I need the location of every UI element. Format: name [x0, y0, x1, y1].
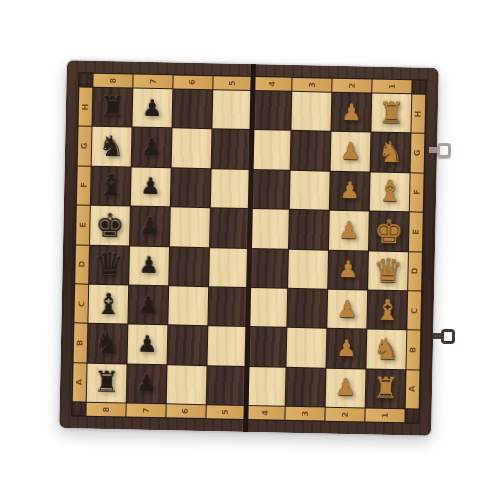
square-c3[interactable]: [288, 289, 328, 328]
square-b7[interactable]: ♟: [127, 325, 167, 364]
black-knight-g8[interactable]: ♞: [98, 132, 125, 162]
coordinate-top-3: 3: [293, 78, 332, 92]
frame-corner: [79, 73, 92, 86]
square-g8[interactable]: ♞: [92, 127, 132, 166]
white-rook-a1[interactable]: ♜: [372, 374, 399, 404]
coordinate-bottom-6: 6: [166, 404, 205, 418]
square-c6[interactable]: [168, 286, 208, 325]
clasp-ring-icon: [441, 329, 455, 344]
black-king-e8[interactable]: ♚: [95, 209, 125, 243]
square-h5[interactable]: [212, 90, 252, 129]
coordinate-label-text: 7: [141, 407, 150, 413]
square-c5[interactable]: [208, 287, 248, 326]
frame-corner: [405, 409, 418, 422]
coordinate-top-1: 1: [372, 80, 411, 94]
square-f6[interactable]: [171, 168, 211, 207]
square-c1[interactable]: ♝: [367, 290, 407, 329]
coordinate-top-8: 8: [93, 74, 132, 88]
coordinate-right-F: F: [410, 173, 424, 212]
white-queen-d1[interactable]: ♛: [373, 254, 403, 288]
square-c2[interactable]: ♟: [328, 290, 368, 329]
white-pawn-e2[interactable]: ♟: [339, 219, 360, 242]
coordinate-label-text: D: [410, 268, 419, 275]
coordinate-bottom-3: 3: [286, 407, 325, 421]
coordinate-top-6: 6: [173, 75, 212, 89]
white-pawn-c2[interactable]: ♟: [337, 297, 358, 320]
coordinate-top-7: 7: [133, 75, 172, 89]
square-e6[interactable]: [170, 207, 210, 246]
white-pawn-f2[interactable]: ♟: [339, 179, 360, 202]
square-c8[interactable]: ♝: [88, 285, 128, 324]
square-e1[interactable]: ♚: [369, 212, 409, 251]
coordinate-label-text: A: [408, 386, 417, 392]
square-c7[interactable]: ♟: [128, 285, 168, 324]
black-knight-b8[interactable]: ♞: [94, 329, 121, 359]
square-e8[interactable]: ♚: [90, 206, 130, 245]
square-h7[interactable]: ♟: [132, 89, 172, 128]
black-rook-a8[interactable]: ♜: [93, 368, 120, 398]
coordinate-label-text: 8: [101, 407, 110, 413]
black-pawn-h7[interactable]: ♟: [142, 96, 163, 119]
white-bishop-f1[interactable]: ♝: [376, 177, 403, 207]
chess-board: 87654321H♜♟♟♜HG♞♟♟♞GF♝♟♟♝FE♚♟♟♚ED♛♟♟♛DC♝…: [59, 60, 439, 436]
square-b6[interactable]: [167, 326, 207, 365]
coordinate-right-G: G: [411, 134, 425, 173]
coordinate-top-5: 5: [213, 76, 252, 90]
square-f3[interactable]: [290, 171, 330, 210]
square-a3[interactable]: [286, 367, 326, 406]
square-f5[interactable]: [210, 169, 250, 208]
coordinate-label-text: A: [75, 379, 84, 385]
photo-scene: 87654321H♜♟♟♜HG♞♟♟♞GF♝♟♟♝FE♚♟♟♚ED♛♟♟♛DC♝…: [0, 0, 500, 500]
white-pawn-a2[interactable]: ♟: [335, 376, 356, 399]
square-b5[interactable]: [207, 326, 247, 365]
white-pawn-g2[interactable]: ♟: [340, 140, 361, 163]
coordinate-label-text: 5: [221, 409, 230, 415]
frame-corner: [72, 402, 85, 415]
coordinate-label-text: 4: [261, 410, 270, 416]
coordinate-right-H: H: [411, 94, 425, 133]
white-pawn-d2[interactable]: ♟: [338, 258, 359, 281]
box-clasp-top: [429, 142, 451, 158]
square-f4[interactable]: [250, 170, 290, 209]
coordinate-left-D: D: [75, 245, 89, 284]
coordinate-label-text: G: [413, 150, 422, 157]
black-pawn-a7[interactable]: ♟: [136, 372, 157, 395]
coordinate-label-text: G: [80, 143, 89, 150]
coordinate-right-E: E: [409, 212, 423, 251]
square-d7[interactable]: ♟: [129, 246, 169, 285]
coordinate-right-D: D: [408, 252, 422, 291]
coordinate-right-A: A: [406, 370, 420, 409]
box-clasp-bottom: [433, 328, 455, 344]
square-b4[interactable]: [247, 327, 287, 366]
square-h2[interactable]: ♟: [332, 93, 372, 132]
coordinate-left-G: G: [78, 127, 92, 166]
square-a4[interactable]: [246, 367, 286, 406]
coordinate-label-text: H: [81, 103, 90, 110]
square-a5[interactable]: [206, 366, 246, 405]
coordinate-label-text: F: [79, 183, 88, 189]
square-f8[interactable]: ♝: [91, 166, 131, 205]
square-g4[interactable]: [251, 130, 291, 169]
black-pawn-e7[interactable]: ♟: [139, 215, 160, 238]
square-c4[interactable]: [248, 288, 288, 327]
black-queen-d8[interactable]: ♛: [94, 248, 124, 282]
coordinate-label-text: 6: [181, 408, 190, 414]
coordinate-label-text: D: [78, 261, 87, 268]
coordinate-label-text: H: [414, 110, 423, 117]
black-pawn-g7[interactable]: ♟: [141, 136, 162, 159]
white-rook-h1[interactable]: ♜: [378, 98, 405, 128]
coordinate-bottom-8: 8: [86, 403, 125, 417]
square-g3[interactable]: [291, 131, 331, 170]
square-e3[interactable]: [289, 210, 329, 249]
white-knight-g1[interactable]: ♞: [377, 138, 404, 168]
coordinate-label-text: C: [77, 301, 86, 307]
square-a2[interactable]: ♟: [326, 368, 366, 407]
coordinate-label-text: 7: [148, 79, 157, 85]
coordinate-left-H: H: [79, 87, 93, 126]
coordinate-bottom-5: 5: [206, 405, 245, 419]
coordinate-label-text: E: [411, 229, 420, 235]
coordinate-label-text: B: [409, 347, 418, 353]
black-pawn-b7[interactable]: ♟: [137, 333, 158, 356]
square-e5[interactable]: [210, 208, 250, 247]
square-g1[interactable]: ♞: [371, 133, 411, 172]
square-g5[interactable]: [211, 130, 251, 169]
square-b8[interactable]: ♞: [88, 324, 128, 363]
square-g6[interactable]: [171, 129, 211, 168]
black-pawn-c7[interactable]: ♟: [138, 293, 159, 316]
square-f2[interactable]: ♟: [330, 171, 370, 210]
coordinate-label-text: 1: [387, 84, 396, 90]
coordinate-bottom-7: 7: [126, 403, 165, 417]
square-g7[interactable]: ♟: [132, 128, 172, 167]
square-e2[interactable]: ♟: [329, 211, 369, 250]
square-d6[interactable]: [169, 247, 209, 286]
square-d5[interactable]: [209, 248, 249, 287]
coordinate-label-text: B: [76, 340, 85, 346]
square-b3[interactable]: [287, 328, 327, 367]
coordinate-left-A: A: [73, 363, 87, 402]
black-bishop-c8[interactable]: ♝: [95, 289, 122, 319]
black-pawn-d7[interactable]: ♟: [138, 254, 159, 277]
coordinate-label-text: 3: [301, 411, 310, 417]
coordinate-bottom-4: 4: [246, 406, 285, 420]
coordinate-label-text: 6: [188, 79, 197, 85]
square-f1[interactable]: ♝: [370, 172, 410, 211]
coordinate-top-4: 4: [253, 77, 292, 91]
coordinate-top-2: 2: [333, 79, 372, 93]
coordinate-right-B: B: [407, 331, 421, 370]
square-d2[interactable]: ♟: [328, 250, 368, 289]
square-e7[interactable]: ♟: [130, 207, 170, 246]
coordinate-left-E: E: [76, 206, 90, 245]
square-a8[interactable]: ♜: [87, 363, 127, 402]
square-h4[interactable]: [252, 91, 292, 130]
square-d8[interactable]: ♛: [89, 245, 129, 284]
square-g2[interactable]: ♟: [331, 132, 371, 171]
coordinate-left-C: C: [74, 284, 88, 323]
coordinate-label-text: 5: [228, 80, 237, 86]
coordinate-label-text: F: [412, 190, 421, 196]
white-bishop-c1[interactable]: ♝: [374, 295, 401, 325]
coordinate-bottom-2: 2: [326, 408, 365, 422]
coordinate-label-text: E: [78, 222, 87, 228]
white-pawn-h2[interactable]: ♟: [341, 101, 362, 124]
coordinate-label-text: C: [410, 308, 419, 314]
square-a7[interactable]: ♟: [127, 364, 167, 403]
frame-corner: [412, 80, 425, 93]
white-pawn-b2[interactable]: ♟: [336, 337, 357, 360]
coordinate-bottom-1: 1: [366, 408, 405, 422]
clasp-ring-icon: [437, 143, 451, 158]
square-a6[interactable]: [166, 365, 206, 404]
coordinate-label-text: 8: [108, 78, 117, 84]
coordinate-label-text: 2: [348, 83, 357, 89]
square-a1[interactable]: ♜: [366, 369, 406, 408]
square-d3[interactable]: [289, 249, 329, 288]
square-b1[interactable]: ♞: [367, 330, 407, 369]
coordinate-left-B: B: [74, 324, 88, 363]
black-pawn-f7[interactable]: ♟: [140, 175, 161, 198]
white-king-e1[interactable]: ♚: [374, 214, 404, 248]
coordinate-label-text: 4: [268, 81, 277, 87]
square-h8[interactable]: ♜: [93, 88, 133, 127]
square-d1[interactable]: ♛: [368, 251, 408, 290]
square-f7[interactable]: ♟: [131, 167, 171, 206]
square-e4[interactable]: [250, 209, 290, 248]
square-d4[interactable]: [249, 249, 289, 288]
coordinate-left-F: F: [77, 166, 91, 205]
coordinate-label-text: 2: [341, 412, 350, 418]
white-knight-b1[interactable]: ♞: [373, 335, 400, 365]
coordinate-label-text: 1: [381, 413, 390, 419]
square-h1[interactable]: ♜: [372, 94, 412, 133]
coordinate-right-C: C: [407, 291, 421, 330]
square-b2[interactable]: ♟: [327, 329, 367, 368]
square-h3[interactable]: [292, 92, 332, 131]
coordinate-label-text: 3: [308, 82, 317, 88]
black-rook-h8[interactable]: ♜: [99, 93, 126, 123]
black-bishop-f8[interactable]: ♝: [97, 171, 124, 201]
square-h6[interactable]: [172, 89, 212, 128]
